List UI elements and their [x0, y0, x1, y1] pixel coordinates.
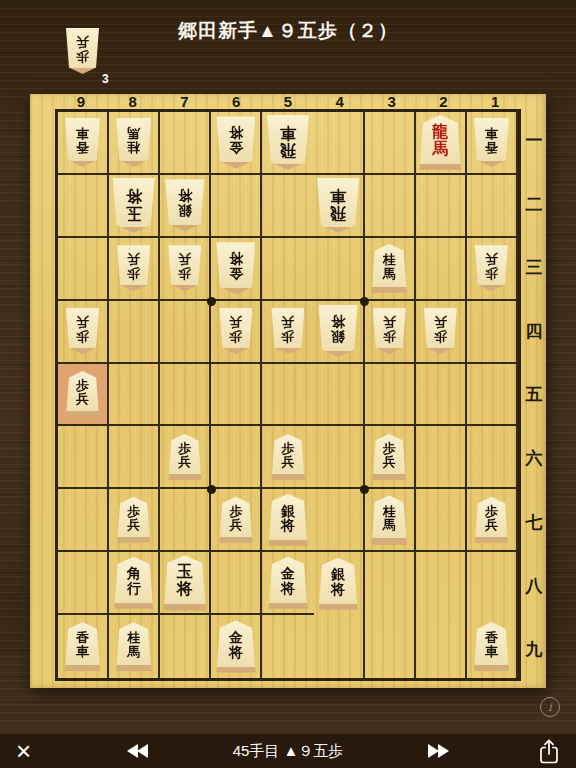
square-6二 — [211, 175, 262, 238]
share-icon — [538, 738, 560, 765]
bottom-toolbar: × 45手目 ▲９五歩 — [0, 734, 576, 768]
shogi-piece-金将-sente: 金将 — [268, 557, 307, 609]
shogi-piece-歩兵-gote: 歩兵 — [168, 245, 201, 291]
file-label: 9 — [55, 94, 107, 109]
square-2二 — [416, 175, 467, 238]
shogi-piece-銀将-gote: 銀将 — [165, 179, 204, 231]
shogi-board: 987654321 一二三四五六七八九 香車桂馬金将飛車龍馬香車玉将銀将飛車歩兵… — [30, 94, 546, 688]
square-3四: 歩兵 — [365, 301, 416, 364]
shogi-piece-桂馬-sente: 桂馬 — [116, 622, 151, 671]
square-7八: 玉将 — [160, 552, 211, 615]
square-7二: 銀将 — [160, 175, 211, 238]
square-3七: 桂馬 — [365, 489, 416, 552]
square-9五: 歩兵 — [58, 364, 109, 427]
shogi-piece-金将-gote: 金将 — [216, 242, 255, 294]
shogi-piece-角行-sente: 角行 — [114, 557, 153, 609]
square-5二 — [262, 175, 313, 238]
shogi-piece-歩兵-gote: 歩兵 — [219, 308, 252, 354]
shogi-piece-飛車-gote: 飛車 — [267, 115, 309, 170]
info-icon[interactable]: i — [540, 697, 560, 717]
file-labels: 987654321 — [55, 94, 521, 109]
square-3二 — [365, 175, 416, 238]
fast-forward-icon — [438, 744, 449, 758]
shogi-piece-歩兵-sente: 歩兵 — [117, 497, 150, 543]
shogi-piece-歩兵-sente: 歩兵 — [168, 434, 201, 480]
star-point — [207, 485, 216, 494]
square-4一 — [314, 112, 365, 175]
square-9六 — [58, 426, 109, 489]
shogi-piece-桂馬-sente: 桂馬 — [372, 244, 407, 293]
file-label: 5 — [262, 94, 314, 109]
square-2八 — [416, 552, 467, 615]
square-3一 — [365, 112, 416, 175]
square-2六 — [416, 426, 467, 489]
shogi-piece-龍馬-sente: 龍馬 — [419, 115, 461, 170]
file-label: 3 — [366, 94, 418, 109]
square-8一: 桂馬 — [109, 112, 160, 175]
fast-forward-button[interactable] — [428, 734, 448, 768]
square-8九: 桂馬 — [109, 615, 160, 678]
square-6五 — [211, 364, 262, 427]
square-6九: 金将 — [211, 615, 262, 678]
star-point — [360, 485, 369, 494]
square-9三 — [58, 238, 109, 301]
square-7一 — [160, 112, 211, 175]
file-label: 2 — [417, 94, 469, 109]
square-4四: 銀将 — [314, 301, 365, 364]
square-7六: 歩兵 — [160, 426, 211, 489]
square-8五 — [109, 364, 160, 427]
shogi-piece-香車-sente: 香車 — [474, 622, 509, 671]
shogi-piece-香車-sente: 香車 — [65, 622, 100, 671]
file-label: 4 — [314, 94, 366, 109]
rank-label: 四 — [523, 300, 545, 364]
rank-label: 一 — [523, 109, 545, 173]
square-2五 — [416, 364, 467, 427]
file-label: 1 — [469, 94, 521, 109]
square-3五 — [365, 364, 416, 427]
square-6一: 金将 — [211, 112, 262, 175]
square-8六 — [109, 426, 160, 489]
square-5八: 金将 — [262, 552, 313, 615]
shogi-piece-歩兵-gote: 歩兵 — [475, 245, 508, 291]
square-4八: 銀将 — [314, 552, 365, 615]
square-2九 — [416, 615, 467, 678]
rank-label: 五 — [523, 363, 545, 427]
shogi-piece-歩兵-sente: 歩兵 — [219, 497, 252, 543]
hand-piece-pawn-gote: 歩兵 — [66, 28, 99, 74]
shogi-piece-桂馬-gote: 桂馬 — [116, 118, 151, 167]
square-8八: 角行 — [109, 552, 160, 615]
star-point — [360, 297, 369, 306]
shogi-piece-香車-gote: 香車 — [65, 118, 100, 167]
square-4六 — [314, 426, 365, 489]
shogi-piece-歩兵-gote: 歩兵 — [117, 245, 150, 291]
shogi-kifu-viewer: { "game": "shogi", "app": { "title": "郷田… — [0, 0, 576, 768]
rank-labels: 一二三四五六七八九 — [523, 109, 545, 681]
square-9一: 香車 — [58, 112, 109, 175]
square-1九: 香車 — [467, 615, 518, 678]
rank-label: 七 — [523, 490, 545, 554]
square-4五 — [314, 364, 365, 427]
square-9四: 歩兵 — [58, 301, 109, 364]
shogi-piece-銀将-sente: 銀将 — [319, 558, 358, 610]
square-4二: 飛車 — [314, 175, 365, 238]
square-1八 — [467, 552, 518, 615]
square-2一: 龍馬 — [416, 112, 467, 175]
shogi-piece-歩兵-sente: 歩兵 — [66, 371, 99, 417]
shogi-piece-歩兵-sente: 歩兵 — [271, 434, 304, 480]
square-8二: 玉将 — [109, 175, 160, 238]
square-9七 — [58, 489, 109, 552]
square-1二 — [467, 175, 518, 238]
shogi-piece-香車-gote: 香車 — [474, 118, 509, 167]
square-1一: 香車 — [467, 112, 518, 175]
shogi-piece-歩兵-gote: 歩兵 — [271, 308, 304, 354]
file-label: 8 — [107, 94, 159, 109]
square-8七: 歩兵 — [109, 489, 160, 552]
square-3九 — [365, 615, 416, 678]
move-counter-label: 45手目 ▲９五歩 — [0, 734, 576, 768]
square-5四: 歩兵 — [262, 301, 313, 364]
rank-label: 六 — [523, 427, 545, 491]
square-3三: 桂馬 — [365, 238, 416, 301]
square-1六 — [467, 426, 518, 489]
shogi-piece-玉将-sente: 玉将 — [164, 555, 206, 610]
square-7九 — [160, 615, 211, 678]
square-5三 — [262, 238, 313, 301]
square-7七 — [160, 489, 211, 552]
rank-label: 二 — [523, 173, 545, 237]
star-point — [207, 297, 216, 306]
square-3六: 歩兵 — [365, 426, 416, 489]
shogi-piece-歩兵-gote: 歩兵 — [424, 308, 457, 354]
square-9二 — [58, 175, 109, 238]
square-6七: 歩兵 — [211, 489, 262, 552]
square-6四: 歩兵 — [211, 301, 262, 364]
square-8三: 歩兵 — [109, 238, 160, 301]
square-2三 — [416, 238, 467, 301]
shogi-piece-桂馬-sente: 桂馬 — [372, 495, 407, 544]
square-2七 — [416, 489, 467, 552]
hand-piece-count: 3 — [102, 72, 109, 86]
shogi-piece-歩兵-gote: 歩兵 — [66, 308, 99, 354]
square-6六 — [211, 426, 262, 489]
shogi-piece-銀将-sente: 銀将 — [268, 494, 307, 546]
square-3八 — [365, 552, 416, 615]
square-2四: 歩兵 — [416, 301, 467, 364]
shogi-piece-銀将-gote: 銀将 — [319, 305, 358, 357]
square-7三: 歩兵 — [160, 238, 211, 301]
file-label: 6 — [210, 94, 262, 109]
shogi-piece-歩兵-sente: 歩兵 — [475, 497, 508, 543]
shogi-piece-歩兵-gote: 歩兵 — [373, 308, 406, 354]
square-1七: 歩兵 — [467, 489, 518, 552]
square-1三: 歩兵 — [467, 238, 518, 301]
rank-label: 八 — [523, 554, 545, 618]
square-4九 — [314, 615, 365, 678]
square-9九: 香車 — [58, 615, 109, 678]
shogi-piece-歩兵-sente: 歩兵 — [373, 434, 406, 480]
square-4七 — [314, 489, 365, 552]
square-5五 — [262, 364, 313, 427]
board-grid: 香車桂馬金将飛車龍馬香車玉将銀将飛車歩兵歩兵金将桂馬歩兵歩兵歩兵歩兵銀将歩兵歩兵… — [55, 109, 521, 681]
square-6三: 金将 — [211, 238, 262, 301]
square-5一: 飛車 — [262, 112, 313, 175]
square-8四 — [109, 301, 160, 364]
square-4三 — [314, 238, 365, 301]
square-5六: 歩兵 — [262, 426, 313, 489]
shogi-piece-玉将-gote: 玉将 — [113, 178, 155, 233]
shogi-piece-飛車-gote: 飛車 — [317, 178, 359, 233]
file-label: 7 — [159, 94, 211, 109]
square-1四 — [467, 301, 518, 364]
square-7四 — [160, 301, 211, 364]
gote-captured-tray: 歩兵 3 — [66, 28, 99, 74]
square-7五 — [160, 364, 211, 427]
hand-piece-kanji: 歩兵 — [76, 36, 89, 66]
square-1五 — [467, 364, 518, 427]
share-button[interactable] — [538, 738, 560, 768]
shogi-piece-金将-sente: 金将 — [216, 621, 255, 673]
shogi-piece-金将-gote: 金将 — [216, 116, 255, 168]
square-9八 — [58, 552, 109, 615]
square-5九 — [262, 615, 313, 678]
square-5七: 銀将 — [262, 489, 313, 552]
rank-label: 三 — [523, 236, 545, 300]
rank-label: 九 — [523, 617, 545, 681]
square-6八 — [211, 552, 262, 615]
